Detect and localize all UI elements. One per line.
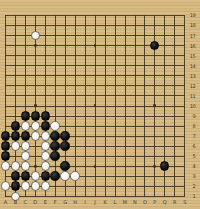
white-stone bbox=[21, 181, 30, 190]
row-label: 14 bbox=[185, 63, 196, 69]
row-label: 17 bbox=[185, 33, 196, 39]
col-label: E bbox=[40, 199, 50, 206]
col-label: M bbox=[120, 199, 130, 206]
row-label: 2 bbox=[185, 183, 196, 189]
row-label: 15 bbox=[185, 53, 196, 59]
go-board: 19181716151413121110987654321 ABCDEFGHIJ… bbox=[0, 0, 200, 209]
white-stone bbox=[31, 181, 40, 190]
white-stone bbox=[70, 171, 79, 180]
row-label: 4 bbox=[185, 163, 196, 169]
white-stone bbox=[31, 171, 40, 180]
black-stone bbox=[11, 131, 20, 140]
white-stone bbox=[41, 131, 50, 140]
col-label: K bbox=[100, 199, 110, 206]
col-label: J bbox=[90, 199, 100, 206]
black-stone bbox=[50, 141, 59, 150]
col-label: L bbox=[110, 199, 120, 206]
board-grid[interactable] bbox=[0, 10, 189, 201]
row-label: 5 bbox=[185, 153, 196, 159]
white-stone bbox=[1, 161, 10, 170]
col-label: O bbox=[140, 199, 150, 206]
black-stone bbox=[1, 141, 10, 150]
row-label: 3 bbox=[185, 173, 196, 179]
col-label: B bbox=[10, 199, 20, 206]
white-stone bbox=[31, 31, 40, 40]
black-stone bbox=[50, 151, 59, 160]
col-label: H bbox=[70, 199, 80, 206]
black-stone bbox=[50, 171, 59, 180]
white-stone bbox=[41, 151, 50, 160]
black-stone bbox=[11, 171, 20, 180]
white-stone bbox=[21, 151, 30, 160]
black-stone bbox=[160, 161, 169, 170]
black-stone bbox=[1, 131, 10, 140]
black-stone bbox=[31, 111, 40, 120]
black-stone bbox=[11, 181, 20, 190]
white-stone bbox=[21, 141, 30, 150]
row-label: 16 bbox=[185, 43, 196, 49]
col-label: G bbox=[60, 199, 70, 206]
black-stone bbox=[41, 121, 50, 130]
black-stone bbox=[11, 121, 20, 130]
row-label: 9 bbox=[185, 113, 196, 119]
row-label: 13 bbox=[185, 73, 196, 79]
white-stone bbox=[60, 171, 69, 180]
white-stone bbox=[21, 121, 30, 130]
white-stone bbox=[31, 131, 40, 140]
row-label: 10 bbox=[185, 103, 196, 109]
white-stone bbox=[11, 161, 20, 170]
black-stone bbox=[21, 131, 30, 140]
black-stone bbox=[41, 111, 50, 120]
white-stone bbox=[21, 161, 30, 170]
white-stone bbox=[1, 181, 10, 190]
col-label: A bbox=[0, 199, 10, 206]
row-label: 7 bbox=[185, 133, 196, 139]
black-stone bbox=[1, 151, 10, 160]
row-label: 6 bbox=[185, 143, 196, 149]
col-label: F bbox=[50, 199, 60, 206]
col-label: S bbox=[180, 199, 190, 206]
row-label: 18 bbox=[185, 22, 196, 28]
row-label: 11 bbox=[185, 93, 196, 99]
col-label: R bbox=[170, 199, 180, 206]
black-stone bbox=[60, 131, 69, 140]
row-label: 19 bbox=[185, 12, 196, 18]
col-label: N bbox=[130, 199, 140, 206]
white-stone bbox=[41, 181, 50, 190]
black-stone bbox=[150, 41, 159, 50]
row-label: 8 bbox=[185, 123, 196, 129]
col-label: P bbox=[150, 199, 160, 206]
col-label: Q bbox=[160, 199, 170, 206]
black-stone bbox=[21, 111, 30, 120]
white-stone bbox=[41, 141, 50, 150]
col-label: D bbox=[30, 199, 40, 206]
white-stone bbox=[41, 161, 50, 170]
col-label: I bbox=[80, 199, 90, 206]
black-stone bbox=[41, 171, 50, 180]
white-stone bbox=[31, 121, 40, 130]
white-stone bbox=[50, 121, 59, 130]
row-label: 12 bbox=[185, 83, 196, 89]
white-stone bbox=[11, 141, 20, 150]
black-stone bbox=[60, 161, 69, 170]
black-stone bbox=[21, 171, 30, 180]
col-label: C bbox=[20, 199, 30, 206]
black-stone bbox=[60, 141, 69, 150]
black-stone bbox=[50, 131, 59, 140]
